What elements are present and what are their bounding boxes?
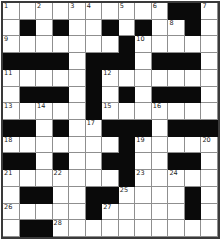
white-cell[interactable] [119, 204, 136, 221]
black-cell [20, 20, 37, 37]
white-cell[interactable] [119, 220, 136, 237]
white-cell[interactable] [36, 20, 53, 37]
clue-number: 16 [153, 103, 161, 110]
white-cell[interactable] [3, 87, 20, 104]
white-cell[interactable] [86, 36, 103, 53]
black-cell [20, 53, 37, 70]
white-cell[interactable] [152, 187, 169, 204]
crossword-board: 1234567891011121314151617181920212223242… [1, 1, 220, 239]
white-cell[interactable] [152, 137, 169, 154]
clue-number: 27 [103, 204, 111, 211]
black-cell [36, 53, 53, 70]
white-cell[interactable] [53, 36, 70, 53]
white-cell[interactable] [185, 103, 202, 120]
white-cell[interactable] [86, 220, 103, 237]
white-cell[interactable]: 3 [69, 3, 86, 20]
white-cell[interactable]: 20 [201, 137, 218, 154]
black-cell [36, 220, 53, 237]
clue-number: 14 [37, 103, 45, 110]
black-cell [86, 53, 103, 70]
white-cell[interactable] [168, 36, 185, 53]
white-cell[interactable] [36, 153, 53, 170]
black-cell [53, 53, 70, 70]
white-cell[interactable]: 4 [86, 3, 103, 20]
clue-number: 22 [54, 170, 62, 177]
white-cell[interactable] [152, 120, 169, 137]
black-cell [119, 137, 136, 154]
black-cell [20, 187, 37, 204]
black-cell [20, 220, 37, 237]
white-cell[interactable]: 1 [3, 3, 20, 20]
white-cell[interactable] [36, 70, 53, 87]
black-cell [152, 53, 169, 70]
white-cell[interactable]: 8 [168, 20, 185, 37]
clue-number: 6 [153, 3, 157, 10]
white-cell[interactable] [135, 103, 152, 120]
black-cell [102, 187, 119, 204]
white-cell[interactable]: 18 [3, 137, 20, 154]
clue-number: 26 [4, 204, 12, 211]
white-cell[interactable] [20, 137, 37, 154]
black-cell [185, 204, 202, 221]
black-cell [135, 20, 152, 37]
white-cell[interactable] [36, 36, 53, 53]
white-cell[interactable] [152, 36, 169, 53]
white-cell[interactable] [20, 3, 37, 20]
black-cell [185, 153, 202, 170]
white-cell[interactable] [69, 220, 86, 237]
clue-number: 15 [103, 103, 111, 110]
white-cell[interactable]: 2 [36, 3, 53, 20]
white-cell[interactable]: 19 [135, 137, 152, 154]
white-cell[interactable] [168, 137, 185, 154]
white-cell[interactable]: 28 [53, 220, 70, 237]
white-cell[interactable] [119, 70, 136, 87]
white-cell[interactable] [185, 170, 202, 187]
black-cell [119, 87, 136, 104]
black-cell [53, 20, 70, 37]
white-cell[interactable] [168, 103, 185, 120]
white-cell[interactable] [185, 137, 202, 154]
white-cell[interactable]: 7 [201, 3, 218, 20]
white-cell[interactable] [152, 153, 169, 170]
white-cell[interactable] [86, 170, 103, 187]
clue-number: 17 [87, 120, 95, 127]
black-cell [168, 3, 185, 20]
white-cell[interactable]: 27 [102, 204, 119, 221]
black-cell [152, 87, 169, 104]
white-cell[interactable] [53, 3, 70, 20]
white-cell[interactable]: 21 [3, 170, 20, 187]
white-cell[interactable] [102, 87, 119, 104]
white-cell[interactable] [69, 204, 86, 221]
black-cell [36, 187, 53, 204]
white-cell[interactable]: 22 [53, 170, 70, 187]
clue-number: 11 [4, 70, 12, 77]
white-cell[interactable] [135, 87, 152, 104]
clue-number: 25 [120, 187, 128, 194]
white-cell[interactable] [36, 170, 53, 187]
white-cell[interactable] [185, 36, 202, 53]
white-cell[interactable] [152, 70, 169, 87]
white-cell[interactable]: 24 [168, 170, 185, 187]
clue-number: 3 [70, 3, 74, 10]
white-cell[interactable] [152, 220, 169, 237]
white-cell[interactable]: 11 [3, 70, 20, 87]
black-cell [102, 153, 119, 170]
clue-number: 8 [169, 20, 173, 27]
white-cell[interactable] [20, 204, 37, 221]
clue-number: 12 [103, 70, 111, 77]
white-cell[interactable] [168, 187, 185, 204]
white-cell[interactable] [69, 103, 86, 120]
white-cell[interactable] [168, 204, 185, 221]
black-cell [119, 153, 136, 170]
white-cell[interactable] [135, 220, 152, 237]
white-cell[interactable] [168, 70, 185, 87]
white-cell[interactable]: 5 [119, 3, 136, 20]
white-cell[interactable] [102, 170, 119, 187]
white-cell[interactable] [135, 204, 152, 221]
white-cell[interactable] [69, 70, 86, 87]
white-cell[interactable] [86, 20, 103, 37]
black-cell [102, 20, 119, 37]
black-cell [3, 153, 20, 170]
black-cell [185, 3, 202, 20]
white-cell[interactable] [152, 170, 169, 187]
clue-number: 1 [4, 3, 8, 10]
clue-number: 21 [4, 170, 12, 177]
white-cell[interactable] [201, 170, 218, 187]
clue-number: 19 [136, 137, 144, 144]
black-cell [168, 53, 185, 70]
black-cell [20, 120, 37, 137]
white-cell[interactable] [119, 20, 136, 37]
white-cell[interactable] [102, 3, 119, 20]
crossword-page: 1234567891011121314151617181920212223242… [0, 0, 219, 239]
white-cell[interactable] [53, 187, 70, 204]
white-cell[interactable] [69, 53, 86, 70]
clue-number: 13 [4, 103, 12, 110]
white-cell[interactable]: 6 [152, 3, 169, 20]
white-cell[interactable] [20, 36, 37, 53]
white-cell[interactable] [69, 137, 86, 154]
black-cell [201, 120, 218, 137]
white-cell[interactable]: 9 [3, 36, 20, 53]
white-cell[interactable]: 10 [135, 36, 152, 53]
white-cell[interactable] [102, 137, 119, 154]
white-cell[interactable]: 17 [86, 120, 103, 137]
clue-number: 18 [4, 137, 12, 144]
black-cell [185, 20, 202, 37]
white-cell[interactable] [86, 153, 103, 170]
white-cell[interactable] [201, 20, 218, 37]
white-cell[interactable] [69, 153, 86, 170]
black-cell [102, 120, 119, 137]
black-cell [168, 153, 185, 170]
white-cell[interactable] [36, 137, 53, 154]
white-cell[interactable] [135, 53, 152, 70]
white-cell[interactable] [135, 3, 152, 20]
white-cell[interactable] [102, 220, 119, 237]
white-cell[interactable] [69, 87, 86, 104]
white-cell[interactable]: 14 [36, 103, 53, 120]
clue-number: 5 [120, 3, 124, 10]
black-cell [168, 87, 185, 104]
black-cell [119, 120, 136, 137]
white-cell[interactable] [36, 204, 53, 221]
clue-number: 10 [136, 36, 144, 43]
clue-number: 24 [169, 170, 177, 177]
white-cell[interactable] [152, 20, 169, 37]
white-cell[interactable] [69, 170, 86, 187]
black-cell [102, 53, 119, 70]
white-cell[interactable] [86, 137, 103, 154]
white-cell[interactable] [20, 70, 37, 87]
black-cell [53, 87, 70, 104]
white-cell[interactable] [102, 36, 119, 53]
clue-number: 7 [202, 3, 206, 10]
clue-number: 23 [136, 170, 144, 177]
white-cell[interactable] [135, 153, 152, 170]
white-cell[interactable]: 15 [102, 103, 119, 120]
white-cell[interactable] [201, 70, 218, 87]
black-cell [119, 170, 136, 187]
white-cell[interactable]: 12 [102, 70, 119, 87]
white-cell[interactable]: 26 [3, 204, 20, 221]
black-cell [185, 187, 202, 204]
white-cell[interactable] [201, 187, 218, 204]
black-cell [135, 120, 152, 137]
white-cell[interactable] [20, 170, 37, 187]
clue-number: 9 [4, 36, 8, 43]
white-cell[interactable] [53, 103, 70, 120]
white-cell[interactable] [201, 36, 218, 53]
black-cell [20, 87, 37, 104]
white-cell[interactable] [201, 220, 218, 237]
black-cell [86, 187, 103, 204]
white-cell[interactable] [185, 70, 202, 87]
white-cell[interactable] [201, 87, 218, 104]
white-cell[interactable]: 23 [135, 170, 152, 187]
clue-number: 20 [202, 137, 210, 144]
black-cell [86, 70, 103, 87]
black-cell [36, 87, 53, 104]
white-cell[interactable] [135, 187, 152, 204]
white-cell[interactable] [168, 220, 185, 237]
white-cell[interactable] [20, 103, 37, 120]
white-cell[interactable] [3, 20, 20, 37]
black-cell [86, 87, 103, 104]
white-cell[interactable] [3, 220, 20, 237]
black-cell [185, 87, 202, 104]
black-cell [86, 103, 103, 120]
white-cell[interactable] [135, 70, 152, 87]
white-cell[interactable]: 16 [152, 103, 169, 120]
white-cell[interactable] [152, 204, 169, 221]
white-cell[interactable] [201, 153, 218, 170]
black-cell [185, 120, 202, 137]
white-cell[interactable] [69, 36, 86, 53]
white-cell[interactable] [185, 220, 202, 237]
clue-number: 2 [37, 3, 41, 10]
black-cell [53, 120, 70, 137]
black-cell [119, 53, 136, 70]
clue-number: 4 [87, 3, 91, 10]
white-cell[interactable] [53, 137, 70, 154]
black-cell [119, 36, 136, 53]
clue-number: 28 [54, 220, 62, 227]
black-cell [168, 120, 185, 137]
black-cell [86, 204, 103, 221]
white-cell[interactable] [53, 70, 70, 87]
white-cell[interactable]: 13 [3, 103, 20, 120]
white-cell[interactable] [3, 187, 20, 204]
white-cell[interactable] [69, 187, 86, 204]
white-cell[interactable] [53, 204, 70, 221]
white-cell[interactable] [69, 120, 86, 137]
white-cell[interactable] [201, 103, 218, 120]
black-cell [3, 53, 20, 70]
white-cell[interactable] [119, 103, 136, 120]
black-cell [185, 53, 202, 70]
black-cell [53, 153, 70, 170]
white-cell[interactable] [69, 20, 86, 37]
white-cell[interactable] [201, 53, 218, 70]
black-cell [20, 153, 37, 170]
white-cell[interactable] [36, 120, 53, 137]
black-cell [3, 120, 20, 137]
white-cell[interactable]: 25 [119, 187, 136, 204]
white-cell[interactable] [201, 204, 218, 221]
